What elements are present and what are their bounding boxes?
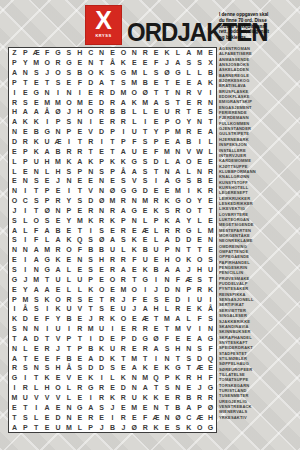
grid-cell[interactable]: M — [162, 314, 173, 324]
grid-cell[interactable]: P — [162, 245, 173, 255]
grid-cell[interactable]: G — [31, 87, 42, 97]
grid-cell[interactable]: F — [172, 274, 183, 284]
grid-cell[interactable]: P — [162, 373, 173, 383]
grid-cell[interactable]: R — [205, 166, 216, 176]
grid-cell[interactable]: N — [74, 255, 85, 265]
grid-cell[interactable]: K — [96, 68, 107, 78]
grid-cell[interactable]: Æ — [140, 314, 151, 324]
grid-cell[interactable]: K — [162, 363, 173, 373]
grid-cell[interactable]: E — [183, 304, 194, 314]
grid-cell[interactable]: M — [129, 353, 140, 363]
grid-cell[interactable]: I — [53, 87, 64, 97]
grid-cell[interactable]: K — [140, 265, 151, 275]
grid-cell[interactable]: E — [151, 78, 162, 88]
grid-cell[interactable]: S — [183, 58, 194, 68]
grid-cell[interactable]: T — [118, 353, 129, 363]
grid-cell[interactable]: V — [183, 146, 194, 156]
grid-cell[interactable]: A — [183, 48, 194, 58]
grid-cell[interactable]: R — [85, 137, 96, 147]
grid-cell[interactable]: E — [129, 265, 140, 275]
grid-cell[interactable]: K — [162, 196, 173, 206]
grid-cell[interactable]: F — [162, 334, 173, 344]
grid-cell[interactable]: M — [9, 393, 20, 403]
grid-cell[interactable]: N — [96, 48, 107, 58]
grid-cell[interactable]: I — [183, 186, 194, 196]
grid-cell[interactable]: P — [63, 334, 74, 344]
grid-cell[interactable]: Y — [63, 215, 74, 225]
grid-cell[interactable]: K — [183, 422, 194, 432]
grid-cell[interactable]: I — [85, 393, 96, 403]
grid-cell[interactable]: S — [85, 255, 96, 265]
grid-cell[interactable]: P — [118, 334, 129, 344]
grid-cell[interactable]: A — [194, 334, 205, 344]
grid-cell[interactable]: K — [20, 117, 31, 127]
grid-cell[interactable]: A — [9, 422, 20, 432]
grid-cell[interactable]: S — [162, 206, 173, 216]
grid-cell[interactable]: M — [129, 78, 140, 88]
grid-cell[interactable]: I — [74, 87, 85, 97]
grid-cell[interactable]: L — [194, 215, 205, 225]
grid-cell[interactable]: S — [96, 304, 107, 314]
grid-cell[interactable]: H — [205, 412, 216, 422]
grid-cell[interactable]: A — [118, 97, 129, 107]
grid-cell[interactable]: A — [74, 156, 85, 166]
grid-cell[interactable]: B — [151, 265, 162, 275]
grid-cell[interactable]: N — [129, 373, 140, 383]
grid-cell[interactable]: E — [74, 127, 85, 137]
grid-cell[interactable]: S — [118, 176, 129, 186]
grid-cell[interactable]: T — [205, 206, 216, 216]
grid-cell[interactable]: O — [194, 255, 205, 265]
grid-cell[interactable]: A — [172, 58, 183, 68]
grid-cell[interactable]: V — [183, 324, 194, 334]
grid-cell[interactable]: B — [53, 146, 64, 156]
grid-cell[interactable]: H — [194, 373, 205, 383]
grid-cell[interactable]: N — [205, 97, 216, 107]
grid-cell[interactable]: B — [74, 68, 85, 78]
grid-cell[interactable]: A — [162, 265, 173, 275]
grid-cell[interactable]: M — [74, 215, 85, 225]
grid-cell[interactable]: N — [172, 383, 183, 393]
grid-cell[interactable]: L — [20, 343, 31, 353]
grid-cell[interactable]: T — [63, 343, 74, 353]
grid-cell[interactable]: E — [53, 373, 64, 383]
grid-cell[interactable]: N — [9, 127, 20, 137]
grid-cell[interactable]: I — [205, 87, 216, 97]
grid-cell[interactable]: G — [172, 363, 183, 373]
grid-cell[interactable]: B — [63, 314, 74, 324]
grid-cell[interactable]: D — [129, 334, 140, 344]
grid-cell[interactable]: C — [85, 48, 96, 58]
grid-cell[interactable]: S — [183, 176, 194, 186]
grid-cell[interactable]: Q — [205, 353, 216, 363]
grid-cell[interactable]: R — [9, 363, 20, 373]
grid-cell[interactable]: R — [107, 206, 118, 216]
grid-cell[interactable]: A — [194, 78, 205, 88]
grid-cell[interactable]: T — [42, 78, 53, 88]
grid-cell[interactable]: L — [194, 225, 205, 235]
grid-cell[interactable]: J — [118, 422, 129, 432]
grid-cell[interactable]: T — [20, 353, 31, 363]
grid-cell[interactable]: E — [107, 48, 118, 58]
grid-cell[interactable]: G — [118, 186, 129, 196]
grid-cell[interactable]: K — [53, 304, 64, 314]
grid-cell[interactable]: R — [118, 196, 129, 206]
grid-cell[interactable]: B — [63, 353, 74, 363]
grid-cell[interactable]: E — [74, 265, 85, 275]
grid-cell[interactable]: S — [74, 196, 85, 206]
grid-cell[interactable]: D — [9, 137, 20, 147]
grid-cell[interactable]: E — [74, 412, 85, 422]
grid-cell[interactable]: E — [129, 58, 140, 68]
grid-cell[interactable]: P — [9, 294, 20, 304]
grid-cell[interactable]: S — [31, 304, 42, 314]
grid-cell[interactable]: A — [42, 402, 53, 412]
grid-cell[interactable]: S — [107, 68, 118, 78]
grid-cell[interactable]: K — [85, 156, 96, 166]
grid-cell[interactable]: Æ — [53, 137, 64, 147]
grid-cell[interactable]: K — [31, 146, 42, 156]
grid-cell[interactable]: P — [53, 117, 64, 127]
grid-cell[interactable]: M — [53, 156, 64, 166]
grid-cell[interactable]: T — [140, 353, 151, 363]
grid-cell[interactable]: T — [74, 225, 85, 235]
grid-cell[interactable]: N — [9, 186, 20, 196]
grid-cell[interactable]: I — [151, 176, 162, 186]
grid-cell[interactable]: M — [205, 225, 216, 235]
grid-cell[interactable]: R — [129, 324, 140, 334]
grid-cell[interactable]: S — [31, 294, 42, 304]
grid-cell[interactable]: I — [118, 127, 129, 137]
grid-cell[interactable]: L — [140, 68, 151, 78]
grid-cell[interactable]: B — [31, 127, 42, 137]
grid-cell[interactable]: D — [140, 186, 151, 196]
grid-cell[interactable]: D — [96, 353, 107, 363]
grid-cell[interactable]: R — [96, 107, 107, 117]
grid-cell[interactable]: S — [140, 166, 151, 176]
grid-cell[interactable]: L — [151, 235, 162, 245]
grid-cell[interactable]: Ø — [42, 206, 53, 216]
grid-cell[interactable]: T — [151, 166, 162, 176]
grid-cell[interactable]: U — [53, 324, 64, 334]
grid-cell[interactable]: Ø — [162, 68, 173, 78]
grid-cell[interactable]: K — [63, 235, 74, 245]
grid-cell[interactable]: R — [107, 294, 118, 304]
grid-cell[interactable]: J — [194, 383, 205, 393]
grid-cell[interactable]: K — [140, 393, 151, 403]
grid-cell[interactable]: M — [194, 48, 205, 58]
grid-cell[interactable]: A — [96, 78, 107, 88]
grid-cell[interactable]: N — [31, 166, 42, 176]
grid-cell[interactable]: O — [53, 68, 64, 78]
grid-cell[interactable]: Æ — [194, 412, 205, 422]
grid-cell[interactable]: S — [162, 343, 173, 353]
grid-cell[interactable]: D — [85, 363, 96, 373]
grid-cell[interactable]: T — [96, 294, 107, 304]
grid-cell[interactable]: P — [194, 402, 205, 412]
grid-cell[interactable]: U — [96, 324, 107, 334]
grid-cell[interactable]: K — [9, 314, 20, 324]
grid-cell[interactable]: D — [85, 78, 96, 88]
grid-cell[interactable]: E — [107, 304, 118, 314]
grid-cell[interactable]: Y — [183, 117, 194, 127]
grid-cell[interactable]: D — [96, 334, 107, 344]
grid-cell[interactable]: L — [129, 107, 140, 117]
grid-cell[interactable]: L — [31, 383, 42, 393]
grid-cell[interactable]: R — [162, 225, 173, 235]
grid-cell[interactable]: T — [172, 97, 183, 107]
grid-cell[interactable]: T — [20, 402, 31, 412]
grid-cell[interactable]: E — [205, 156, 216, 166]
grid-cell[interactable]: N — [31, 324, 42, 334]
grid-cell[interactable]: A — [42, 284, 53, 294]
grid-cell[interactable]: Ø — [205, 402, 216, 412]
grid-cell[interactable]: E — [151, 324, 162, 334]
grid-cell[interactable]: U — [151, 245, 162, 255]
grid-cell[interactable]: E — [107, 176, 118, 186]
grid-cell[interactable]: A — [162, 235, 173, 245]
grid-cell[interactable]: Ø — [151, 334, 162, 344]
grid-cell[interactable]: K — [118, 156, 129, 166]
grid-cell[interactable]: L — [151, 225, 162, 235]
grid-cell[interactable]: N — [9, 343, 20, 353]
grid-cell[interactable]: M — [172, 186, 183, 196]
grid-cell[interactable]: S — [85, 265, 96, 275]
grid-cell[interactable]: O — [63, 245, 74, 255]
grid-cell[interactable]: G — [42, 265, 53, 275]
grid-cell[interactable]: E — [162, 422, 173, 432]
grid-cell[interactable]: E — [96, 146, 107, 156]
grid-cell[interactable]: R — [107, 255, 118, 265]
grid-cell[interactable]: S — [20, 412, 31, 422]
grid-cell[interactable]: N — [31, 265, 42, 275]
grid-cell[interactable]: T — [9, 412, 20, 422]
grid-cell[interactable]: M — [118, 284, 129, 294]
grid-cell[interactable]: E — [205, 245, 216, 255]
grid-cell[interactable]: L — [205, 146, 216, 156]
grid-cell[interactable]: U — [129, 146, 140, 156]
grid-cell[interactable]: S — [63, 117, 74, 127]
grid-cell[interactable]: O — [96, 284, 107, 294]
grid-cell[interactable]: A — [205, 127, 216, 137]
grid-cell[interactable]: L — [63, 274, 74, 284]
grid-cell[interactable]: O — [172, 117, 183, 127]
grid-cell[interactable]: N — [20, 324, 31, 334]
grid-cell[interactable]: G — [205, 383, 216, 393]
grid-cell[interactable]: A — [172, 215, 183, 225]
grid-cell[interactable]: T — [20, 78, 31, 88]
grid-cell[interactable]: E — [107, 383, 118, 393]
grid-cell[interactable]: F — [129, 294, 140, 304]
grid-cell[interactable]: D — [20, 314, 31, 324]
grid-cell[interactable]: A — [9, 117, 20, 127]
grid-cell[interactable]: R — [107, 117, 118, 127]
grid-cell[interactable]: A — [53, 235, 64, 245]
grid-cell[interactable]: L — [183, 166, 194, 176]
grid-cell[interactable]: E — [107, 284, 118, 294]
grid-cell[interactable]: A — [31, 284, 42, 294]
grid-cell[interactable]: K — [162, 48, 173, 58]
grid-cell[interactable]: I — [96, 137, 107, 147]
grid-cell[interactable]: E — [129, 412, 140, 422]
grid-cell[interactable]: N — [9, 245, 20, 255]
grid-cell[interactable]: E — [151, 186, 162, 196]
grid-cell[interactable]: R — [9, 97, 20, 107]
grid-cell[interactable]: R — [118, 393, 129, 403]
grid-cell[interactable]: E — [205, 196, 216, 206]
grid-cell[interactable]: T — [85, 304, 96, 314]
grid-cell[interactable]: L — [74, 422, 85, 432]
grid-cell[interactable]: M — [63, 422, 74, 432]
grid-cell[interactable]: E — [53, 402, 64, 412]
grid-cell[interactable]: G — [118, 68, 129, 78]
grid-cell[interactable]: D — [96, 363, 107, 373]
grid-cell[interactable]: L — [20, 225, 31, 235]
grid-cell[interactable]: P — [85, 422, 96, 432]
grid-cell[interactable]: L — [63, 265, 74, 275]
grid-cell[interactable]: B — [183, 137, 194, 147]
grid-cell[interactable]: E — [151, 107, 162, 117]
grid-cell[interactable]: E — [53, 215, 64, 225]
grid-cell[interactable]: G — [205, 334, 216, 344]
grid-cell[interactable]: Æ — [183, 274, 194, 284]
grid-cell[interactable]: I — [9, 87, 20, 97]
grid-cell[interactable]: E — [85, 294, 96, 304]
grid-cell[interactable]: K — [162, 215, 173, 225]
grid-cell[interactable]: N — [172, 146, 183, 156]
grid-cell[interactable]: P — [118, 137, 129, 147]
grid-cell[interactable]: T — [162, 87, 173, 97]
grid-cell[interactable]: K — [107, 393, 118, 403]
grid-cell[interactable]: V — [85, 127, 96, 137]
grid-cell[interactable]: O — [9, 196, 20, 206]
grid-cell[interactable]: N — [162, 353, 173, 363]
grid-cell[interactable]: H — [74, 107, 85, 117]
grid-cell[interactable]: S — [63, 68, 74, 78]
grid-cell[interactable]: N — [31, 363, 42, 373]
grid-cell[interactable]: R — [63, 146, 74, 156]
grid-cell[interactable]: L — [140, 215, 151, 225]
grid-cell[interactable]: S — [140, 156, 151, 166]
grid-cell[interactable]: R — [194, 284, 205, 294]
grid-cell[interactable]: R — [140, 343, 151, 353]
grid-cell[interactable]: H — [194, 265, 205, 275]
grid-cell[interactable]: A — [151, 97, 162, 107]
grid-cell[interactable]: D — [172, 294, 183, 304]
grid-cell[interactable]: J — [129, 304, 140, 314]
grid-cell[interactable]: U — [129, 393, 140, 403]
grid-cell[interactable]: A — [20, 334, 31, 344]
grid-cell[interactable]: E — [162, 186, 173, 196]
grid-cell[interactable]: R — [205, 186, 216, 196]
grid-cell[interactable]: I — [9, 383, 20, 393]
grid-cell[interactable]: Ø — [129, 422, 140, 432]
grid-cell[interactable]: J — [53, 176, 64, 186]
grid-cell[interactable]: E — [74, 206, 85, 216]
grid-cell[interactable]: E — [63, 225, 74, 235]
grid-cell[interactable]: N — [63, 176, 74, 186]
grid-cell[interactable]: E — [151, 255, 162, 265]
grid-cell[interactable]: B — [53, 225, 64, 235]
grid-cell[interactable]: N — [42, 87, 53, 97]
grid-cell[interactable]: H — [42, 383, 53, 393]
grid-cell[interactable]: I — [194, 137, 205, 147]
grid-cell[interactable]: J — [85, 314, 96, 324]
grid-cell[interactable]: L — [63, 284, 74, 294]
grid-cell[interactable]: M — [53, 97, 64, 107]
grid-cell[interactable]: E — [162, 393, 173, 403]
grid-cell[interactable]: B — [107, 107, 118, 117]
grid-cell[interactable]: I — [85, 334, 96, 344]
grid-cell[interactable]: M — [129, 402, 140, 412]
grid-cell[interactable]: E — [74, 373, 85, 383]
grid-cell[interactable]: S — [183, 353, 194, 363]
grid-cell[interactable]: R — [172, 206, 183, 216]
grid-cell[interactable]: K — [183, 255, 194, 265]
grid-cell[interactable]: O — [63, 97, 74, 107]
grid-cell[interactable]: P — [151, 137, 162, 147]
grid-cell[interactable]: L — [74, 284, 85, 294]
grid-cell[interactable]: R — [118, 117, 129, 127]
grid-cell[interactable]: P — [96, 156, 107, 166]
grid-cell[interactable]: N — [63, 412, 74, 422]
grid-cell[interactable]: O — [129, 284, 140, 294]
grid-cell[interactable]: E — [9, 255, 20, 265]
grid-cell[interactable]: T — [96, 58, 107, 68]
grid-cell[interactable]: O — [129, 87, 140, 97]
grid-cell[interactable]: S — [20, 97, 31, 107]
grid-cell[interactable]: A — [9, 353, 20, 363]
grid-cell[interactable]: I — [205, 294, 216, 304]
grid-cell[interactable]: P — [42, 196, 53, 206]
grid-cell[interactable]: V — [74, 304, 85, 314]
grid-cell[interactable]: D — [194, 353, 205, 363]
grid-cell[interactable]: Q — [151, 373, 162, 383]
grid-cell[interactable]: K — [107, 156, 118, 166]
grid-cell[interactable]: K — [85, 284, 96, 294]
grid-cell[interactable]: S — [205, 314, 216, 324]
grid-cell[interactable]: I — [85, 225, 96, 235]
grid-cell[interactable]: R — [20, 383, 31, 393]
grid-cell[interactable]: I — [63, 186, 74, 196]
grid-cell[interactable]: G — [42, 255, 53, 265]
grid-cell[interactable]: M — [74, 97, 85, 107]
grid-cell[interactable]: A — [118, 146, 129, 156]
grid-cell[interactable]: A — [172, 137, 183, 147]
grid-cell[interactable]: A — [172, 314, 183, 324]
grid-cell[interactable]: T — [140, 127, 151, 137]
grid-cell[interactable]: S — [118, 235, 129, 245]
grid-cell[interactable]: R — [74, 146, 85, 156]
grid-cell[interactable]: K — [42, 294, 53, 304]
grid-cell[interactable]: G — [9, 373, 20, 383]
grid-cell[interactable]: S — [63, 48, 74, 58]
grid-cell[interactable]: T — [42, 274, 53, 284]
grid-cell[interactable]: E — [205, 215, 216, 225]
grid-cell[interactable]: O — [107, 274, 118, 284]
grid-cell[interactable]: J — [9, 206, 20, 216]
grid-cell[interactable]: E — [9, 402, 20, 412]
grid-cell[interactable]: Ø — [96, 196, 107, 206]
grid-cell[interactable]: O — [194, 422, 205, 432]
grid-cell[interactable]: P — [162, 127, 173, 137]
grid-cell[interactable]: G — [140, 274, 151, 284]
grid-cell[interactable]: S — [194, 274, 205, 284]
grid-cell[interactable]: P — [118, 215, 129, 225]
grid-cell[interactable]: A — [53, 265, 64, 275]
grid-cell[interactable]: E — [85, 97, 96, 107]
grid-cell[interactable]: L — [140, 107, 151, 117]
